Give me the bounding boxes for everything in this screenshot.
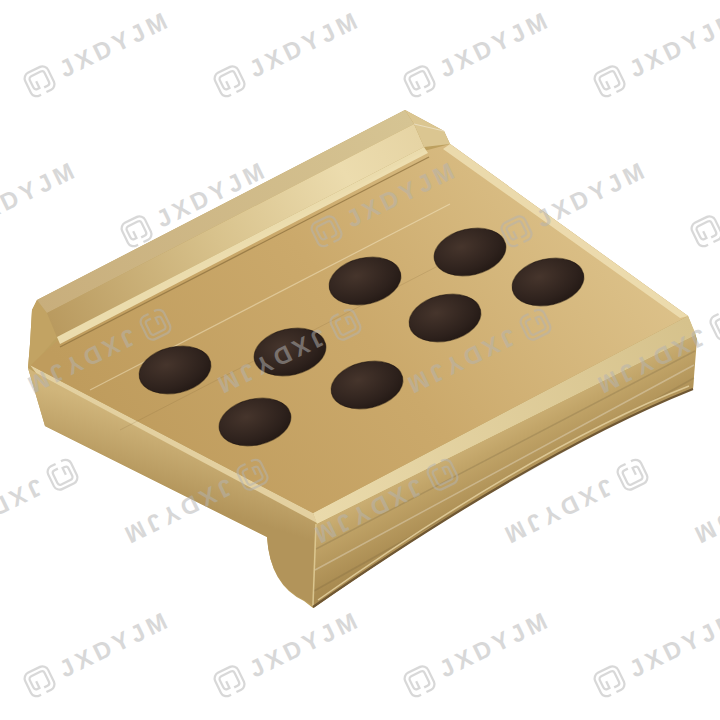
bronze-wear-plate-photo xyxy=(0,0,720,720)
product-photo-stage: JXDYJMJXDYJMJXDYJMJXDYJMJXDYJMJXDYJMJXDY… xyxy=(0,0,720,720)
